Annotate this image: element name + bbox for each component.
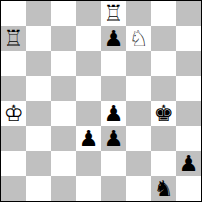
square-f1[interactable] <box>126 176 151 201</box>
square-a8[interactable] <box>1 1 26 26</box>
square-g4[interactable]: ♚ <box>151 101 176 126</box>
square-g3[interactable] <box>151 126 176 151</box>
black-pawn-piece: ♟ <box>179 151 199 176</box>
square-c7[interactable] <box>51 26 76 51</box>
square-h6[interactable] <box>176 51 201 76</box>
square-b4[interactable] <box>26 101 51 126</box>
square-d8[interactable] <box>76 1 101 26</box>
square-h2[interactable]: ♟ <box>176 151 201 176</box>
square-g6[interactable] <box>151 51 176 76</box>
square-e2[interactable] <box>101 151 126 176</box>
square-g5[interactable] <box>151 76 176 101</box>
square-d6[interactable] <box>76 51 101 76</box>
square-a7[interactable]: ♖ <box>1 26 26 51</box>
square-d1[interactable] <box>76 176 101 201</box>
white-king-piece: ♔ <box>4 101 24 126</box>
square-e5[interactable] <box>101 76 126 101</box>
square-a6[interactable] <box>1 51 26 76</box>
square-c3[interactable] <box>51 126 76 151</box>
square-b8[interactable] <box>26 1 51 26</box>
square-d5[interactable] <box>76 76 101 101</box>
square-g1[interactable]: ♞ <box>151 176 176 201</box>
square-h3[interactable] <box>176 126 201 151</box>
square-b7[interactable] <box>26 26 51 51</box>
square-d4[interactable] <box>76 101 101 126</box>
square-c6[interactable] <box>51 51 76 76</box>
square-a1[interactable] <box>1 176 26 201</box>
black-pawn-piece: ♟ <box>104 126 124 151</box>
white-rook-piece: ♖ <box>4 26 24 51</box>
square-b1[interactable] <box>26 176 51 201</box>
white-knight-piece: ♘ <box>129 26 149 51</box>
white-rook-piece: ♖ <box>104 1 124 26</box>
square-h8[interactable] <box>176 1 201 26</box>
square-b3[interactable] <box>26 126 51 151</box>
square-d3[interactable]: ♟ <box>76 126 101 151</box>
square-a4[interactable]: ♔ <box>1 101 26 126</box>
square-b6[interactable] <box>26 51 51 76</box>
square-f3[interactable] <box>126 126 151 151</box>
square-b2[interactable] <box>26 151 51 176</box>
square-e6[interactable] <box>101 51 126 76</box>
square-g2[interactable] <box>151 151 176 176</box>
square-f4[interactable] <box>126 101 151 126</box>
square-h7[interactable] <box>176 26 201 51</box>
square-d7[interactable] <box>76 26 101 51</box>
black-pawn-piece: ♟ <box>104 26 124 51</box>
square-g7[interactable] <box>151 26 176 51</box>
square-e7[interactable]: ♟ <box>101 26 126 51</box>
square-d2[interactable] <box>76 151 101 176</box>
square-f5[interactable] <box>126 76 151 101</box>
square-f6[interactable] <box>126 51 151 76</box>
square-c2[interactable] <box>51 151 76 176</box>
square-a5[interactable] <box>1 76 26 101</box>
black-pawn-piece: ♟ <box>104 101 124 126</box>
square-h5[interactable] <box>176 76 201 101</box>
square-c8[interactable] <box>51 1 76 26</box>
square-a2[interactable] <box>1 151 26 176</box>
square-f7[interactable]: ♘ <box>126 26 151 51</box>
square-h1[interactable] <box>176 176 201 201</box>
square-c1[interactable] <box>51 176 76 201</box>
square-g8[interactable] <box>151 1 176 26</box>
square-e8[interactable]: ♖ <box>101 1 126 26</box>
square-c5[interactable] <box>51 76 76 101</box>
square-b5[interactable] <box>26 76 51 101</box>
square-e3[interactable]: ♟ <box>101 126 126 151</box>
square-c4[interactable] <box>51 101 76 126</box>
black-knight-piece: ♞ <box>154 176 174 201</box>
chess-diagram: ♖♖♟♘♔♟♚♟♟♟♞ <box>0 0 202 202</box>
black-pawn-piece: ♟ <box>79 126 99 151</box>
square-f2[interactable] <box>126 151 151 176</box>
black-king-piece: ♚ <box>154 101 174 126</box>
square-h4[interactable] <box>176 101 201 126</box>
chess-board: ♖♖♟♘♔♟♚♟♟♟♞ <box>0 0 202 202</box>
square-e4[interactable]: ♟ <box>101 101 126 126</box>
square-f8[interactable] <box>126 1 151 26</box>
square-e1[interactable] <box>101 176 126 201</box>
square-a3[interactable] <box>1 126 26 151</box>
